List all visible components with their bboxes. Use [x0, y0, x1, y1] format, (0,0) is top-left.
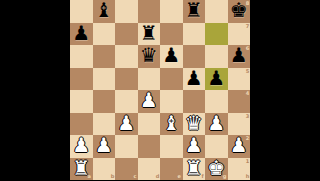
square-c3[interactable]: ♟: [115, 113, 138, 136]
square-b8[interactable]: ♝: [93, 0, 116, 23]
square-f2[interactable]: ♟: [183, 135, 206, 158]
piece-black-rook[interactable]: ♜: [185, 0, 203, 20]
square-a7[interactable]: ♟: [70, 23, 93, 46]
square-g6[interactable]: [205, 45, 228, 68]
square-d2[interactable]: [138, 135, 161, 158]
square-c5[interactable]: [115, 68, 138, 91]
square-e5[interactable]: [160, 68, 183, 91]
square-b5[interactable]: [93, 68, 116, 91]
square-e3[interactable]: ♝: [160, 113, 183, 136]
rank-label-7: 7: [245, 24, 249, 29]
piece-white-pawn[interactable]: ♟: [117, 113, 135, 133]
square-h2[interactable]: ♟2: [228, 135, 251, 158]
file-label-d: d: [155, 174, 159, 179]
piece-white-pawn[interactable]: ♟: [230, 135, 248, 155]
square-e2[interactable]: [160, 135, 183, 158]
piece-white-pawn[interactable]: ♟: [95, 135, 113, 155]
piece-white-pawn[interactable]: ♟: [140, 90, 158, 110]
square-d3[interactable]: [138, 113, 161, 136]
square-e6[interactable]: ♟: [160, 45, 183, 68]
piece-black-pawn[interactable]: ♟: [230, 45, 248, 65]
square-h5[interactable]: 5: [228, 68, 251, 91]
square-g3[interactable]: ♟: [205, 113, 228, 136]
square-b2[interactable]: ♟: [93, 135, 116, 158]
piece-black-pawn[interactable]: ♟: [162, 45, 180, 65]
piece-black-queen[interactable]: ♛: [140, 45, 158, 65]
rank-label-3: 3: [245, 114, 249, 119]
video-frame: ♝♜♚8♟♜7♛♟♟6♟♟5♟4♟♝♛♟3♟♟♟♟2♜abcde♜f♚g1h: [0, 0, 320, 180]
square-a8[interactable]: [70, 0, 93, 23]
square-f3[interactable]: ♛: [183, 113, 206, 136]
square-a2[interactable]: ♟: [70, 135, 93, 158]
piece-white-bishop[interactable]: ♝: [162, 113, 180, 133]
piece-white-pawn[interactable]: ♟: [72, 135, 90, 155]
square-h6[interactable]: ♟6: [228, 45, 251, 68]
square-f7[interactable]: [183, 23, 206, 46]
square-a6[interactable]: [70, 45, 93, 68]
square-h8[interactable]: ♚8: [228, 0, 251, 23]
square-g2[interactable]: [205, 135, 228, 158]
piece-black-pawn[interactable]: ♟: [185, 68, 203, 88]
piece-black-rook[interactable]: ♜: [140, 23, 158, 43]
piece-white-rook[interactable]: ♜: [72, 158, 90, 178]
file-label-c: c: [133, 174, 136, 179]
square-g4[interactable]: [205, 90, 228, 113]
square-d5[interactable]: [138, 68, 161, 91]
piece-black-king[interactable]: ♚: [230, 0, 248, 20]
square-g1[interactable]: ♚g: [205, 158, 228, 181]
piece-black-bishop[interactable]: ♝: [95, 0, 113, 20]
square-f4[interactable]: [183, 90, 206, 113]
square-c8[interactable]: [115, 0, 138, 23]
square-f6[interactable]: [183, 45, 206, 68]
square-a4[interactable]: [70, 90, 93, 113]
piece-black-pawn[interactable]: ♟: [207, 68, 225, 88]
rank-label-1: 1: [245, 159, 249, 164]
piece-white-king[interactable]: ♚: [207, 158, 225, 178]
square-f8[interactable]: ♜: [183, 0, 206, 23]
square-b7[interactable]: [93, 23, 116, 46]
square-c1[interactable]: c: [115, 158, 138, 181]
square-g8[interactable]: [205, 0, 228, 23]
square-b4[interactable]: [93, 90, 116, 113]
square-a5[interactable]: [70, 68, 93, 91]
square-c7[interactable]: [115, 23, 138, 46]
square-b3[interactable]: [93, 113, 116, 136]
piece-black-pawn[interactable]: ♟: [72, 23, 90, 43]
chess-board: ♝♜♚8♟♜7♛♟♟6♟♟5♟4♟♝♛♟3♟♟♟♟2♜abcde♜f♚g1h: [70, 0, 250, 180]
square-c4[interactable]: [115, 90, 138, 113]
square-e4[interactable]: [160, 90, 183, 113]
square-a3[interactable]: [70, 113, 93, 136]
square-h4[interactable]: 4: [228, 90, 251, 113]
square-g5[interactable]: ♟: [205, 68, 228, 91]
piece-white-queen[interactable]: ♛: [185, 113, 203, 133]
square-h1[interactable]: 1h: [228, 158, 251, 181]
piece-white-pawn[interactable]: ♟: [207, 113, 225, 133]
square-d8[interactable]: [138, 0, 161, 23]
square-c6[interactable]: [115, 45, 138, 68]
square-c2[interactable]: [115, 135, 138, 158]
square-f1[interactable]: ♜f: [183, 158, 206, 181]
square-b6[interactable]: [93, 45, 116, 68]
square-g7[interactable]: [205, 23, 228, 46]
square-h3[interactable]: 3: [228, 113, 251, 136]
rank-label-4: 4: [245, 91, 249, 96]
square-d6[interactable]: ♛: [138, 45, 161, 68]
piece-white-rook[interactable]: ♜: [185, 158, 203, 178]
square-d7[interactable]: ♜: [138, 23, 161, 46]
file-label-h: h: [245, 174, 249, 179]
square-d4[interactable]: ♟: [138, 90, 161, 113]
file-label-e: e: [178, 174, 181, 179]
file-label-b: b: [110, 174, 114, 179]
letterbox-right: [250, 0, 320, 180]
square-a1[interactable]: ♜a: [70, 158, 93, 181]
letterbox-left: [0, 0, 70, 180]
piece-white-pawn[interactable]: ♟: [185, 135, 203, 155]
square-e8[interactable]: [160, 0, 183, 23]
square-d1[interactable]: d: [138, 158, 161, 181]
square-h7[interactable]: 7: [228, 23, 251, 46]
square-b1[interactable]: b: [93, 158, 116, 181]
square-f5[interactable]: ♟: [183, 68, 206, 91]
square-e1[interactable]: e: [160, 158, 183, 181]
square-e7[interactable]: [160, 23, 183, 46]
rank-label-5: 5: [245, 69, 249, 74]
